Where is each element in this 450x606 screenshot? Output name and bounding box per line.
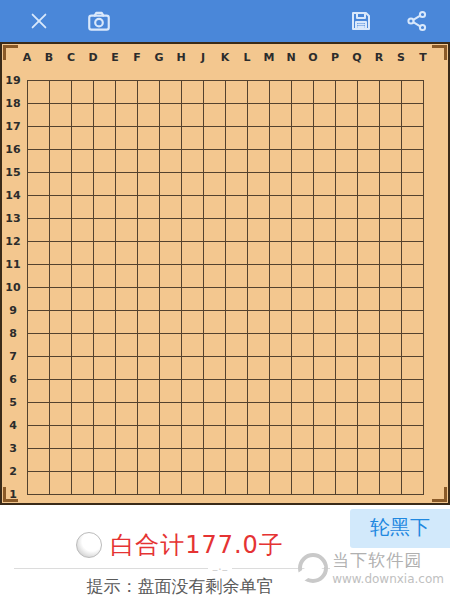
row-label: 9 [9, 304, 17, 317]
column-label: J [201, 51, 205, 64]
board-frame-ornament [432, 45, 447, 60]
column-label: K [221, 51, 230, 64]
go-board[interactable]: ABCDEFGHJKLMNOPQRST191817161514131211109… [0, 42, 450, 505]
camera-icon[interactable] [84, 6, 114, 36]
turn-indicator-button[interactable]: 轮黑下 [350, 509, 450, 548]
column-label: L [243, 51, 250, 64]
row-label: 16 [5, 143, 20, 156]
row-label: 5 [9, 396, 17, 409]
row-label: 10 [5, 281, 20, 294]
column-label: T [419, 51, 427, 64]
watermark-url: www.downxia.com [332, 572, 444, 586]
row-label: 7 [9, 350, 17, 363]
column-label: N [286, 51, 295, 64]
column-label: E [111, 51, 119, 64]
status-panel: 轮黑下 白合计177.0子 –·– 提示：盘面没有剩余单官 当下软件园 www.… [0, 505, 450, 606]
row-label: 19 [5, 74, 20, 87]
close-icon[interactable] [24, 6, 54, 36]
board-frame-ornament [3, 45, 18, 60]
row-label: 6 [9, 373, 17, 386]
column-label: B [45, 51, 53, 64]
column-label: R [375, 51, 383, 64]
divider [14, 568, 330, 569]
column-label: F [133, 51, 141, 64]
row-label: 17 [5, 120, 20, 133]
row-label: 11 [5, 258, 20, 271]
column-label: M [264, 51, 275, 64]
column-label: D [88, 51, 97, 64]
row-label: 15 [5, 166, 20, 179]
column-label: O [308, 51, 317, 64]
column-label: G [154, 51, 163, 64]
header-bar [0, 0, 450, 42]
column-label: A [23, 51, 32, 64]
white-stone-icon [76, 532, 102, 558]
watermark: 当下软件园 www.downxia.com [298, 549, 444, 586]
row-label: 18 [5, 97, 20, 110]
column-label: H [176, 51, 185, 64]
column-label: S [397, 51, 405, 64]
row-label: 8 [9, 327, 17, 340]
row-label: 2 [9, 465, 17, 478]
row-label: 3 [9, 442, 17, 455]
share-icon[interactable] [402, 6, 432, 36]
row-label: 1 [9, 488, 17, 501]
row-label: 14 [5, 189, 20, 202]
column-label: Q [352, 51, 361, 64]
board-grid-lines [27, 80, 424, 495]
row-label: 12 [5, 235, 20, 248]
column-label: C [67, 51, 75, 64]
row-label: 4 [9, 419, 17, 432]
column-label: P [331, 51, 339, 64]
row-label: 13 [5, 212, 20, 225]
board-frame-ornament [432, 487, 447, 502]
white-score-text: 白合计177.0子 [110, 529, 284, 561]
save-icon[interactable] [346, 6, 376, 36]
watermark-site-name: 当下软件园 [332, 549, 444, 572]
watermark-logo [298, 553, 328, 583]
